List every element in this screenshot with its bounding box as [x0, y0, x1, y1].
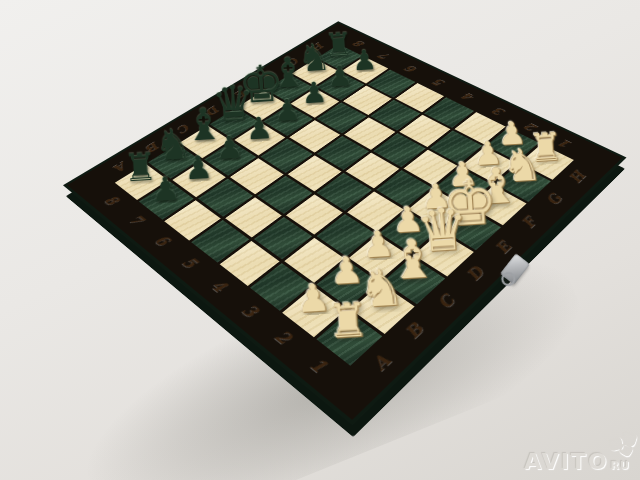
rank-label-text: 8 [101, 192, 124, 207]
perspective-wrapper: 87654321H♜♟♟♜HG♞♟♟♞GF♝♟♟♝FE♚♟♟♚ED♛♟♟♛DC♝… [147, 0, 540, 368]
square-f5 [344, 117, 395, 149]
rank-label-text: 6 [403, 64, 421, 75]
border-corner-cell [74, 172, 110, 197]
rank-label-text: 4 [207, 276, 232, 295]
piece-glyph: ♟ [351, 46, 377, 75]
piece-glyph: ♟ [273, 95, 301, 126]
piece-glyph: ♟ [150, 172, 181, 207]
board-grid: 87654321H♜♟♟♜HG♞♟♟♞GF♝♟♟♝FE♚♟♟♚ED♛♟♟♛DC♝… [67, 23, 622, 420]
file-label-text: C [432, 291, 459, 312]
rank-label-text: 1 [306, 353, 333, 376]
file-label-text: H [565, 169, 590, 186]
piece-glyph: ♟ [183, 151, 214, 185]
piece-glyph: ♟ [215, 131, 245, 164]
chess-set-photo: 87654321H♜♟♟♜HG♞♟♟♞GF♝♟♟♝FE♚♟♟♚ED♛♟♟♛DC♝… [0, 0, 640, 480]
rank-label-text: 4 [460, 91, 479, 103]
watermark-suffix: RU [611, 459, 630, 472]
rank-label-text: 2 [271, 326, 297, 348]
piece-glyph: ♜ [326, 296, 371, 345]
rank-label-text: 3 [238, 300, 263, 320]
rank-label-text: 7 [376, 51, 394, 61]
piece-glyph: ♟ [245, 112, 274, 144]
rank-label-text: 7 [125, 211, 148, 227]
file-label-text: E [490, 238, 516, 256]
file-label-text: G [541, 191, 566, 208]
square-a1: ♜ [316, 312, 382, 366]
file-label-text: A [367, 350, 395, 373]
file-label-text: B [400, 319, 428, 342]
file-label-text: D [462, 263, 489, 283]
rank-label-text: 5 [178, 253, 202, 271]
piece-glyph: ♟ [326, 61, 353, 91]
file-label-text: F [517, 214, 541, 230]
watermark-text: AVITO [524, 449, 608, 474]
piece-glyph: ♟ [300, 77, 328, 107]
rank-label-text: 6 [151, 232, 175, 249]
watermark: AVITO RU [524, 449, 630, 474]
rank-label-text: 5 [430, 77, 448, 88]
